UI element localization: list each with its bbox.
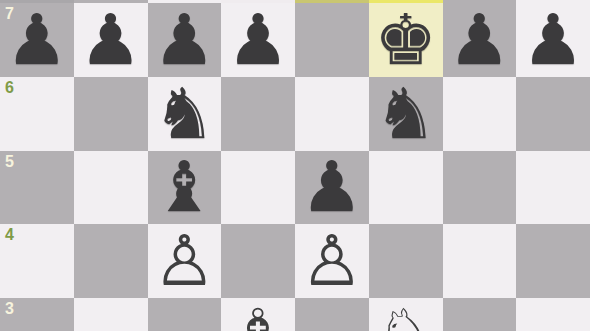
black-pawn-e5[interactable]: ♟ <box>295 151 369 225</box>
square-d6[interactable] <box>221 77 295 151</box>
square-e6[interactable] <box>295 77 369 151</box>
square-c6[interactable]: ♞ <box>148 77 222 151</box>
black-knight-f6[interactable]: ♞ <box>369 77 443 151</box>
square-c5[interactable]: ♝ <box>148 151 222 225</box>
white-bishop-d3[interactable]: ♗ <box>221 298 295 331</box>
black-pawn-c7[interactable]: ♟ <box>148 3 222 77</box>
square-g6[interactable] <box>443 77 517 151</box>
black-pawn-d7[interactable]: ♟ <box>221 3 295 77</box>
rank-label-4: 4 <box>5 226 14 244</box>
square-f6[interactable]: ♞ <box>369 77 443 151</box>
square-g3[interactable] <box>443 298 517 331</box>
black-bishop-c5[interactable]: ♝ <box>148 151 222 225</box>
square-d7[interactable]: ♟ <box>221 3 295 77</box>
square-a6[interactable]: 6 <box>0 77 74 151</box>
square-d4[interactable] <box>221 224 295 298</box>
square-b5[interactable] <box>74 151 148 225</box>
square-f5[interactable] <box>369 151 443 225</box>
square-a4[interactable]: 4 <box>0 224 74 298</box>
white-knight-f3[interactable]: ♘ <box>369 298 443 331</box>
black-king-f7[interactable]: ♚ <box>369 3 443 77</box>
square-a7[interactable]: 7♟ <box>0 3 74 77</box>
square-c3[interactable] <box>148 298 222 331</box>
square-b3[interactable] <box>74 298 148 331</box>
square-e4[interactable]: ♙ <box>295 224 369 298</box>
square-h6[interactable] <box>516 77 590 151</box>
square-b6[interactable] <box>74 77 148 151</box>
square-e7[interactable] <box>295 3 369 77</box>
square-h7[interactable]: ♟ <box>516 3 590 77</box>
black-pawn-b7[interactable]: ♟ <box>74 3 148 77</box>
square-h3[interactable] <box>516 298 590 331</box>
white-pawn-e4[interactable]: ♙ <box>295 224 369 298</box>
square-b7[interactable]: ♟ <box>74 3 148 77</box>
square-f7[interactable]: ♚ <box>369 3 443 77</box>
square-e3[interactable] <box>295 298 369 331</box>
square-d3[interactable]: ♗ <box>221 298 295 331</box>
square-g7[interactable]: ♟ <box>443 3 517 77</box>
rank-label-5: 5 <box>5 153 14 171</box>
square-d5[interactable] <box>221 151 295 225</box>
square-b4[interactable] <box>74 224 148 298</box>
chess-board[interactable]: 7♟♟♟♟♚♟♟6♞♞5♝♟4♙♙3♗♘ <box>0 0 590 331</box>
rank-label-3: 3 <box>5 300 14 318</box>
square-a3[interactable]: 3 <box>0 298 74 331</box>
square-f3[interactable]: ♘ <box>369 298 443 331</box>
square-h4[interactable] <box>516 224 590 298</box>
square-g4[interactable] <box>443 224 517 298</box>
black-knight-c6[interactable]: ♞ <box>148 77 222 151</box>
black-pawn-h7[interactable]: ♟ <box>516 3 590 77</box>
black-pawn-g7[interactable]: ♟ <box>443 3 517 77</box>
square-c7[interactable]: ♟ <box>148 3 222 77</box>
chess-app: { "game": "chess", "view": { "descriptio… <box>0 0 590 331</box>
square-f4[interactable] <box>369 224 443 298</box>
black-pawn-a7[interactable]: ♟ <box>0 3 74 77</box>
square-g5[interactable] <box>443 151 517 225</box>
square-e5[interactable]: ♟ <box>295 151 369 225</box>
square-h5[interactable] <box>516 151 590 225</box>
square-a5[interactable]: 5 <box>0 151 74 225</box>
white-pawn-c4[interactable]: ♙ <box>148 224 222 298</box>
rank-label-6: 6 <box>5 79 14 97</box>
square-c4[interactable]: ♙ <box>148 224 222 298</box>
